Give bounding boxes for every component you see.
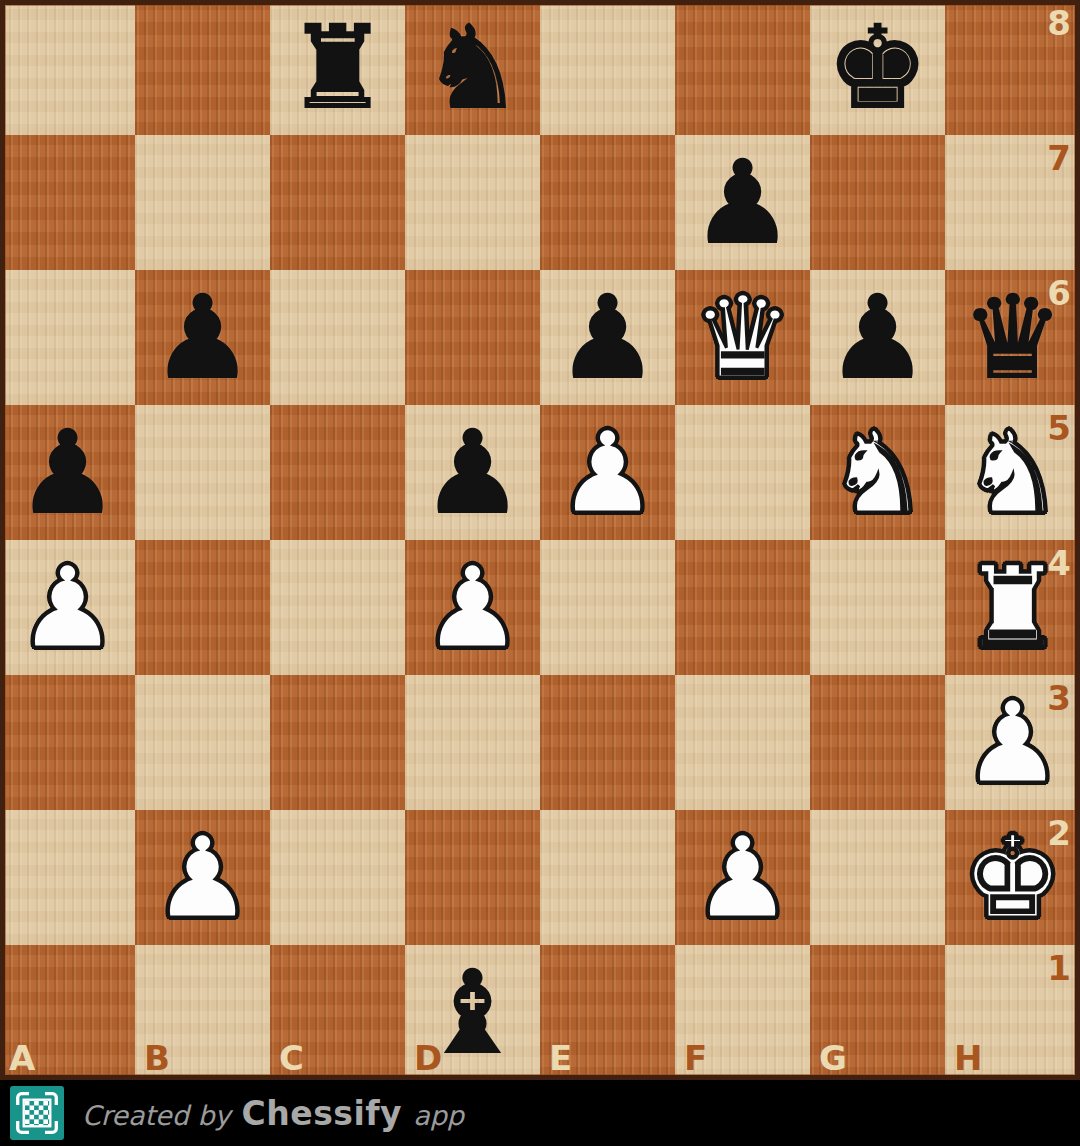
file-label-b: B (144, 1041, 170, 1075)
square-c2[interactable] (270, 810, 405, 945)
square-g4[interactable] (810, 540, 945, 675)
footer-brand-text: Chessify (242, 1094, 403, 1133)
piece-black-rook-c8: ♜ (270, 0, 405, 135)
square-g7[interactable] (810, 135, 945, 270)
square-a1[interactable]: A (0, 945, 135, 1080)
square-b1[interactable]: B (135, 945, 270, 1080)
square-b8[interactable] (135, 0, 270, 135)
square-f4[interactable] (675, 540, 810, 675)
chessify-board-scan-logo (10, 1086, 64, 1140)
piece-black-pawn-a5: ♟ (0, 405, 135, 540)
square-d6[interactable] (405, 270, 540, 405)
square-c4[interactable] (270, 540, 405, 675)
square-a2[interactable] (0, 810, 135, 945)
piece-white-knight-g5: ♞ (810, 405, 945, 540)
square-d5[interactable]: ♟ (405, 405, 540, 540)
square-g6[interactable]: ♟ (810, 270, 945, 405)
piece-white-queen-f6: ♛ (675, 270, 810, 405)
rank-label-2: 2 (1047, 816, 1071, 850)
square-h7[interactable]: 7 (945, 135, 1080, 270)
piece-black-king-g8: ♚ (810, 0, 945, 135)
square-g1[interactable]: G (810, 945, 945, 1080)
file-label-c: C (279, 1041, 304, 1075)
footer-credit: Created by Chessify app (82, 1094, 464, 1133)
chess-board: ♜♞♚8♟7♟♟♛♟♛6♟♟♟♞♞5♟♟♜4♟3♟♟♚2ABC♝DEFGH1 (0, 0, 1080, 1080)
rank-label-7: 7 (1047, 141, 1071, 175)
rank-label-3: 3 (1047, 681, 1071, 715)
piece-black-pawn-b6: ♟ (135, 270, 270, 405)
piece-white-pawn-a4: ♟ (0, 540, 135, 675)
square-g2[interactable] (810, 810, 945, 945)
square-a5[interactable]: ♟ (0, 405, 135, 540)
rank-label-1: 1 (1047, 951, 1071, 985)
square-g3[interactable] (810, 675, 945, 810)
square-f8[interactable] (675, 0, 810, 135)
square-e6[interactable]: ♟ (540, 270, 675, 405)
square-f6[interactable]: ♛ (675, 270, 810, 405)
file-label-d: D (414, 1041, 442, 1075)
square-e4[interactable] (540, 540, 675, 675)
square-e7[interactable] (540, 135, 675, 270)
piece-black-pawn-g6: ♟ (810, 270, 945, 405)
piece-black-knight-d8: ♞ (405, 0, 540, 135)
square-g5[interactable]: ♞ (810, 405, 945, 540)
square-b6[interactable]: ♟ (135, 270, 270, 405)
piece-black-pawn-f7: ♟ (675, 135, 810, 270)
square-h1[interactable]: H1 (945, 945, 1080, 1080)
square-f7[interactable]: ♟ (675, 135, 810, 270)
piece-black-pawn-d5: ♟ (405, 405, 540, 540)
square-f2[interactable]: ♟ (675, 810, 810, 945)
square-e1[interactable]: E (540, 945, 675, 1080)
square-h6[interactable]: ♛6 (945, 270, 1080, 405)
rank-label-4: 4 (1047, 546, 1071, 580)
square-h4[interactable]: ♜4 (945, 540, 1080, 675)
square-a6[interactable] (0, 270, 135, 405)
square-d3[interactable] (405, 675, 540, 810)
square-d1[interactable]: ♝D (405, 945, 540, 1080)
rank-label-6: 6 (1047, 276, 1071, 310)
piece-white-pawn-b2: ♟ (135, 810, 270, 945)
square-b4[interactable] (135, 540, 270, 675)
square-b7[interactable] (135, 135, 270, 270)
square-h5[interactable]: ♞5 (945, 405, 1080, 540)
footer-bar: Created by Chessify app (0, 1080, 1080, 1146)
square-d4[interactable]: ♟ (405, 540, 540, 675)
file-label-a: A (9, 1041, 35, 1075)
file-label-f: F (684, 1041, 707, 1075)
square-h8[interactable]: 8 (945, 0, 1080, 135)
square-b5[interactable] (135, 405, 270, 540)
square-g8[interactable]: ♚ (810, 0, 945, 135)
piece-black-pawn-e6: ♟ (540, 270, 675, 405)
square-b3[interactable] (135, 675, 270, 810)
square-d7[interactable] (405, 135, 540, 270)
square-d8[interactable]: ♞ (405, 0, 540, 135)
footer-app-text: app (413, 1100, 464, 1131)
square-c8[interactable]: ♜ (270, 0, 405, 135)
square-e2[interactable] (540, 810, 675, 945)
file-label-e: E (549, 1041, 572, 1075)
square-d2[interactable] (405, 810, 540, 945)
square-a4[interactable]: ♟ (0, 540, 135, 675)
square-e3[interactable] (540, 675, 675, 810)
square-c3[interactable] (270, 675, 405, 810)
footer-created-by-text: Created by (82, 1100, 231, 1131)
square-a3[interactable] (0, 675, 135, 810)
square-f3[interactable] (675, 675, 810, 810)
board-grid: ♜♞♚8♟7♟♟♛♟♛6♟♟♟♞♞5♟♟♜4♟3♟♟♚2ABC♝DEFGH1 (0, 0, 1080, 1080)
rank-label-5: 5 (1047, 411, 1071, 445)
square-f5[interactable] (675, 405, 810, 540)
square-e8[interactable] (540, 0, 675, 135)
piece-white-pawn-d4: ♟ (405, 540, 540, 675)
square-b2[interactable]: ♟ (135, 810, 270, 945)
file-label-g: G (819, 1041, 847, 1075)
square-e5[interactable]: ♟ (540, 405, 675, 540)
square-h2[interactable]: ♚2 (945, 810, 1080, 945)
square-c5[interactable] (270, 405, 405, 540)
square-a7[interactable] (0, 135, 135, 270)
piece-white-pawn-f2: ♟ (675, 810, 810, 945)
square-f1[interactable]: F (675, 945, 810, 1080)
square-h3[interactable]: ♟3 (945, 675, 1080, 810)
piece-white-pawn-e5: ♟ (540, 405, 675, 540)
file-label-h: H (954, 1041, 982, 1075)
rank-label-8: 8 (1047, 6, 1071, 40)
square-c1[interactable]: C (270, 945, 405, 1080)
square-a8[interactable] (0, 0, 135, 135)
square-c6[interactable] (270, 270, 405, 405)
square-c7[interactable] (270, 135, 405, 270)
